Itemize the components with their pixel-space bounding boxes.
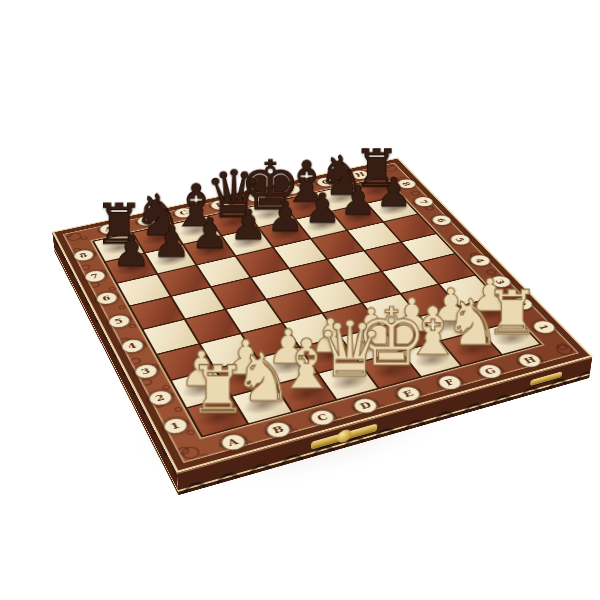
rank-label-left-3-text: 3 (140, 367, 152, 376)
rank-label-left-2-text: 2 (154, 394, 166, 403)
file-label-d: D (350, 396, 381, 416)
frame-ornament (552, 343, 576, 357)
rank-label-left-7-text: 7 (89, 273, 99, 280)
rank-label-left-4-text: 4 (126, 342, 137, 350)
file-label-d-text: D (358, 400, 373, 410)
scene: ABCDEFGH ABCDEFGH 87654321 87654321 ♜♞♝♛… (0, 0, 600, 600)
rank-label-right-6-text: 6 (435, 218, 447, 224)
piece-black-pawn[interactable]: ♟ (191, 212, 229, 254)
rank-label-left-8-text: 8 (78, 252, 88, 259)
rank-label-left-2: 2 (145, 389, 175, 408)
file-label-f-text: F (443, 378, 456, 387)
rank-label-left-5-text: 5 (113, 318, 124, 326)
rank-label-right-5: 5 (447, 233, 474, 247)
brass-clasp-icon (530, 371, 562, 386)
piece-black-pawn[interactable]: ♟ (304, 188, 341, 229)
file-label-c-text: C (315, 412, 329, 422)
file-label-a-text: A (226, 437, 240, 447)
piece-black-pawn[interactable]: ♟ (152, 221, 190, 264)
rank-label-right-7-text: 7 (417, 199, 429, 204)
file-label-a: A (217, 432, 248, 453)
rank-label-left-7: 7 (82, 269, 108, 284)
rank-label-left-4: 4 (118, 337, 146, 355)
file-label-b-text: B (271, 424, 286, 434)
chess-board: ABCDEFGH ABCDEFGH 87654321 87654321 ♜♞♝♛… (52, 158, 592, 473)
file-label-g: G (474, 362, 505, 380)
piece-black-pawn[interactable]: ♟ (267, 196, 304, 237)
piece-black-pawn[interactable]: ♟ (375, 172, 411, 212)
file-label-b: B (262, 419, 293, 440)
rank-label-right-7: 7 (411, 195, 437, 208)
file-label-h: H (514, 351, 545, 369)
rank-label-right-4: 4 (466, 253, 494, 268)
rank-label-left-1: 1 (160, 416, 190, 436)
photo-stage: ABCDEFGH ABCDEFGH 87654321 87654321 ♜♞♝♛… (0, 0, 600, 600)
rank-label-left-1-text: 1 (169, 421, 181, 431)
file-label-e-text: E (401, 389, 415, 398)
file-label-f: F (434, 373, 465, 392)
rank-label-right-4-text: 4 (473, 257, 486, 263)
rank-label-left-3: 3 (131, 362, 160, 380)
file-label-g-text: G (483, 366, 498, 375)
rank-label-left-6-text: 6 (101, 295, 112, 303)
rank-label-right-5-text: 5 (454, 237, 467, 243)
rank-label-left-5: 5 (105, 313, 132, 330)
rank-label-right-6: 6 (428, 214, 454, 228)
rank-label-left-8: 8 (71, 248, 96, 263)
file-label-e: E (392, 384, 423, 403)
piece-white-rook[interactable]: ♜ (189, 357, 248, 423)
square-b7[interactable]: ♟ (145, 245, 195, 273)
piece-black-pawn[interactable]: ♟ (340, 180, 377, 221)
rank-label-left-6: 6 (93, 291, 119, 307)
piece-black-pawn[interactable]: ♟ (112, 229, 151, 272)
frame-ornament (179, 445, 203, 461)
file-label-h-text: H (522, 355, 538, 364)
board-frame: ABCDEFGH ABCDEFGH 87654321 87654321 ♜♞♝♛… (52, 158, 592, 473)
frame-ornament (65, 232, 84, 243)
piece-black-pawn[interactable]: ♟ (229, 204, 267, 246)
file-label-c: C (307, 407, 338, 427)
